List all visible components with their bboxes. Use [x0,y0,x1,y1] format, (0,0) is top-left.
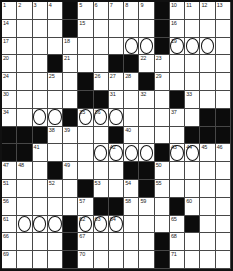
cell-r2c14[interactable] [200,20,215,38]
cell-r12c6[interactable]: 57 [78,198,93,216]
clue-number: 39 [64,127,70,133]
clue-number: 1 [3,2,6,8]
cell-r6c13[interactable]: 33 [185,91,200,109]
black-cell-r1c5 [63,2,78,20]
cell-r11c8[interactable] [109,180,124,198]
black-cell-r14c11 [155,233,170,251]
black-cell-r8c15 [216,127,231,145]
black-cell-r5c6 [78,73,93,91]
cell-r15c14[interactable] [200,251,215,269]
clue-number: 14 [3,20,9,26]
cell-r13c7[interactable]: 63 [94,216,109,234]
cell-r6c15[interactable] [216,91,231,109]
clue-number: 31 [110,91,116,97]
black-cell-r4c4 [48,55,63,73]
cell-r12c9[interactable]: 58 [124,198,139,216]
cell-r9c14[interactable]: 45 [200,144,215,162]
cell-r5c11[interactable]: 29 [155,73,170,91]
cell-r9c10[interactable] [139,144,154,162]
cell-r11c3[interactable] [33,180,48,198]
cell-r2c7[interactable] [94,20,109,38]
cell-r4c6[interactable] [78,55,93,73]
black-cell-r4c8 [109,55,124,73]
black-cell-r7c5 [63,109,78,127]
cell-r10c6[interactable] [78,162,93,180]
cell-r14c3[interactable] [33,233,48,251]
cell-r1c3[interactable]: 3 [33,2,48,20]
cell-r10c7[interactable] [94,162,109,180]
cell-r11c13[interactable] [185,180,200,198]
cell-r10c1[interactable]: 47 [2,162,17,180]
clue-number: 32 [140,91,146,97]
clue-number: 55 [156,180,162,186]
cell-r13c11[interactable] [155,216,170,234]
cell-r2c6[interactable]: 15 [78,20,93,38]
cell-r5c13[interactable] [185,73,200,91]
cell-r3c5[interactable]: 18 [63,38,78,56]
clue-number: 37 [171,109,177,115]
cell-r2c1[interactable]: 14 [2,20,17,38]
cell-r5c12[interactable] [170,73,185,91]
cell-r14c6[interactable]: 67 [78,233,93,251]
cell-r14c7[interactable] [94,233,109,251]
cell-r5c15[interactable] [216,73,231,91]
cell-r15c10[interactable] [139,251,154,269]
cell-r15c6[interactable]: 70 [78,251,93,269]
cell-r15c15[interactable] [216,251,231,269]
cell-r14c12[interactable]: 68 [170,233,185,251]
cell-r14c4[interactable] [48,233,63,251]
circle-mark [48,216,61,232]
cell-r4c7[interactable] [94,55,109,73]
cell-r15c7[interactable] [94,251,109,269]
cell-r13c3[interactable] [33,216,48,234]
cell-r3c7[interactable] [94,38,109,56]
cell-r4c10[interactable]: 22 [139,55,154,73]
cell-r14c9[interactable] [124,233,139,251]
circle-mark [33,109,46,125]
cell-r4c1[interactable]: 20 [2,55,17,73]
cell-r6c3[interactable] [33,91,48,109]
cell-r3c1[interactable]: 17 [2,38,17,56]
cell-r12c10[interactable]: 59 [139,198,154,216]
cell-r1c9[interactable]: 8 [124,2,139,20]
circle-mark [170,38,183,54]
clue-number: 40 [125,127,131,133]
black-cell-r6c7 [94,91,109,109]
cell-r1c12[interactable]: 10 [170,2,185,20]
cell-r4c14[interactable] [200,55,215,73]
cell-r7c9[interactable] [124,109,139,127]
clue-number: 67 [79,233,85,239]
cell-r7c1[interactable]: 34 [2,109,17,127]
clue-number: 9 [140,2,143,8]
cell-r10c13[interactable] [185,162,200,180]
clue-number: 3 [34,2,37,8]
cell-r1c15[interactable]: 13 [216,2,231,20]
clue-number: 51 [3,180,9,186]
cell-r12c11[interactable] [155,198,170,216]
cell-r3c12[interactable]: 19 [170,38,185,56]
black-cell-r3c11 [155,38,170,56]
cell-r2c3[interactable] [33,20,48,38]
cell-r9c13[interactable]: 44 [185,144,200,162]
cell-r10c2[interactable]: 48 [17,162,32,180]
black-cell-r2c11 [155,20,170,38]
cell-r13c8[interactable]: 64 [109,216,124,234]
cell-r5c14[interactable] [200,73,215,91]
cell-r12c2[interactable] [17,198,32,216]
black-cell-r2c5 [63,20,78,38]
clue-number: 6 [95,2,98,8]
circle-mark [170,145,183,161]
circle-mark [79,109,92,125]
clue-number: 34 [3,109,9,115]
black-cell-r13c13 [185,216,200,234]
black-cell-r6c6 [78,91,93,109]
cell-r11c2[interactable] [17,180,32,198]
cell-r14c10[interactable] [139,233,154,251]
black-cell-r6c12 [170,91,185,109]
cell-r11c7[interactable]: 53 [94,180,109,198]
cell-r9c5[interactable] [63,144,78,162]
cell-r13c1[interactable]: 61 [2,216,17,234]
circle-mark [48,109,61,125]
black-cell-r7c15 [216,109,231,127]
cell-r12c13[interactable]: 60 [185,198,200,216]
black-cell-r10c9 [124,162,139,180]
clue-number: 12 [201,2,207,8]
cell-r15c12[interactable]: 71 [170,251,185,269]
cell-r9c12[interactable]: 43 [170,144,185,162]
cell-r1c4[interactable]: 4 [48,2,63,20]
black-cell-r10c10 [139,162,154,180]
crossword-grid: 1234567891011121314151617181920212223242… [0,0,233,271]
clue-number: 21 [64,55,70,61]
cell-r7c2[interactable] [17,109,32,127]
cell-r11c15[interactable] [216,180,231,198]
cell-r8c7[interactable] [94,127,109,145]
cell-r8c11[interactable] [155,127,170,145]
cell-r13c9[interactable] [124,216,139,234]
cell-r13c10[interactable] [139,216,154,234]
cell-r9c3[interactable]: 41 [33,144,48,162]
cell-r2c9[interactable] [124,20,139,38]
cell-r13c14[interactable] [200,216,215,234]
clue-number: 71 [171,251,177,257]
cell-r11c9[interactable]: 54 [124,180,139,198]
cell-r2c10[interactable] [139,20,154,38]
cell-r2c2[interactable] [17,20,32,38]
circle-mark [109,145,122,161]
cell-r6c5[interactable] [63,91,78,109]
clue-number: 65 [171,216,177,222]
clue-number: 5 [79,2,82,8]
circle-mark [109,109,122,125]
cell-r4c2[interactable] [17,55,32,73]
black-cell-r15c11 [155,251,170,269]
clue-number: 17 [3,38,9,44]
clue-number: 52 [49,180,55,186]
clue-number: 28 [125,73,131,79]
cell-r8c4[interactable]: 38 [48,127,63,145]
circle-mark [94,109,107,125]
black-cell-r15c5 [63,251,78,269]
clue-number: 22 [140,55,146,61]
cell-r6c11[interactable] [155,91,170,109]
cell-r6c4[interactable] [48,91,63,109]
circle-mark [125,38,138,54]
clue-number: 38 [49,127,55,133]
cell-r6c10[interactable]: 32 [139,91,154,109]
cell-r2c8[interactable] [109,20,124,38]
black-cell-r4c9 [124,55,139,73]
cell-r3c6[interactable] [78,38,93,56]
clue-number: 16 [171,20,177,26]
cell-r3c8[interactable] [109,38,124,56]
clue-number: 49 [64,162,70,168]
clue-number: 4 [49,2,52,8]
clue-number: 61 [3,216,9,222]
cell-r15c8[interactable] [109,251,124,269]
cell-r7c7[interactable]: 36 [94,109,109,127]
cell-r5c7[interactable]: 26 [94,73,109,91]
cell-r1c14[interactable]: 12 [200,2,215,20]
cell-r7c3[interactable] [33,109,48,127]
cell-r12c14[interactable] [200,198,215,216]
clue-number: 23 [156,55,162,61]
cell-r2c13[interactable] [185,20,200,38]
cell-r6c9[interactable] [124,91,139,109]
cell-r3c10[interactable] [139,38,154,56]
cell-r13c4[interactable] [48,216,63,234]
cell-r9c7[interactable] [94,144,109,162]
circle-mark [79,216,92,232]
clue-number: 41 [34,144,40,150]
cell-r9c8[interactable]: 42 [109,144,124,162]
cell-r2c4[interactable] [48,20,63,38]
cell-r11c12[interactable] [170,180,185,198]
clue-number: 2 [18,2,21,8]
cell-r3c13[interactable] [185,38,200,56]
cell-r1c13[interactable]: 11 [185,2,200,20]
cell-r12c3[interactable] [33,198,48,216]
clue-number: 70 [79,251,85,257]
clue-number: 58 [125,198,131,204]
cell-r5c5[interactable] [63,73,78,91]
cell-r3c15[interactable] [216,38,231,56]
circle-mark [140,145,153,161]
clue-number: 33 [186,91,192,97]
cell-r10c5[interactable]: 49 [63,162,78,180]
cell-r3c3[interactable] [33,38,48,56]
cell-r12c15[interactable] [216,198,231,216]
clue-number: 26 [95,73,101,79]
black-cell-r12c12 [170,198,185,216]
cell-r11c1[interactable]: 51 [2,180,17,198]
black-cell-r8c2 [17,127,32,145]
black-cell-r14c5 [63,233,78,251]
cell-r2c12[interactable]: 16 [170,20,185,38]
clue-number: 29 [156,73,162,79]
circle-mark [186,38,199,54]
black-cell-r8c14 [200,127,215,145]
cell-r14c14[interactable] [200,233,215,251]
cell-r8c5[interactable]: 39 [63,127,78,145]
cell-r4c15[interactable] [216,55,231,73]
circle-mark [201,38,214,54]
cell-r7c11[interactable] [155,109,170,127]
cell-r10c14[interactable] [200,162,215,180]
clue-number: 27 [110,73,116,79]
cell-r4c5[interactable]: 21 [63,55,78,73]
cell-r7c6[interactable]: 35 [78,109,93,127]
cell-r4c3[interactable] [33,55,48,73]
cell-r4c11[interactable]: 23 [155,55,170,73]
clue-number: 50 [156,162,162,168]
cell-r13c2[interactable] [17,216,32,234]
cell-r7c10[interactable] [139,109,154,127]
cell-r5c2[interactable] [17,73,32,91]
clue-number: 25 [49,73,55,79]
cell-r14c8[interactable] [109,233,124,251]
cell-r4c13[interactable] [185,55,200,73]
clue-number: 10 [171,2,177,8]
cell-r11c11[interactable]: 55 [155,180,170,198]
black-cell-r12c7 [94,198,109,216]
cell-r13c12[interactable]: 65 [170,216,185,234]
black-cell-r1c11 [155,2,170,20]
cell-r10c3[interactable] [33,162,48,180]
cell-r5c1[interactable]: 24 [2,73,17,91]
cell-r9c6[interactable] [78,144,93,162]
cell-r8c6[interactable] [78,127,93,145]
clue-number: 20 [3,55,9,61]
cell-r6c8[interactable]: 31 [109,91,124,109]
clue-number: 8 [125,2,128,8]
cell-r11c14[interactable] [200,180,215,198]
clue-number: 69 [3,251,9,257]
cell-r1c6[interactable]: 5 [78,2,93,20]
clue-number: 46 [217,144,223,150]
black-cell-r11c10 [139,180,154,198]
clue-number: 59 [140,198,146,204]
black-cell-r13c5 [63,216,78,234]
cell-r7c13[interactable] [185,109,200,127]
black-cell-r5c10 [139,73,154,91]
clue-number: 11 [186,2,191,8]
cell-r10c12[interactable] [170,162,185,180]
cell-r6c1[interactable]: 30 [2,91,17,109]
cell-r5c3[interactable] [33,73,48,91]
clue-number: 56 [3,198,9,204]
cell-r5c9[interactable]: 28 [124,73,139,91]
black-cell-r7c14 [200,109,215,127]
black-cell-r8c3 [33,127,48,145]
cell-r1c8[interactable]: 7 [109,2,124,20]
cell-r11c4[interactable]: 52 [48,180,63,198]
clue-number: 24 [3,73,9,79]
cell-r9c4[interactable] [48,144,63,162]
cell-r15c1[interactable]: 69 [2,251,17,269]
circle-mark [140,38,153,54]
clue-number: 53 [95,180,101,186]
clue-number: 30 [3,91,9,97]
cell-r4c12[interactable] [170,55,185,73]
cell-r5c4[interactable]: 25 [48,73,63,91]
black-cell-r8c8 [109,127,124,145]
clue-number: 13 [217,2,223,8]
cell-r2c15[interactable] [216,20,231,38]
clue-number: 48 [18,162,24,168]
cell-r14c1[interactable]: 66 [2,233,17,251]
clue-number: 60 [186,198,192,204]
cell-r3c4[interactable] [48,38,63,56]
cell-r12c4[interactable] [48,198,63,216]
cell-r1c2[interactable]: 2 [17,2,32,20]
black-cell-r12c8 [109,198,124,216]
cell-r7c4[interactable] [48,109,63,127]
clue-number: 45 [201,144,207,150]
cell-r3c2[interactable] [17,38,32,56]
cell-r3c14[interactable] [200,38,215,56]
cell-r13c15[interactable] [216,216,231,234]
cell-r8c12[interactable] [170,127,185,145]
cell-r7c8[interactable] [109,109,124,127]
cell-r15c2[interactable] [17,251,32,269]
cell-r15c9[interactable] [124,251,139,269]
cell-r5c8[interactable]: 27 [109,73,124,91]
cell-r3c9[interactable] [124,38,139,56]
cell-r8c9[interactable]: 40 [124,127,139,145]
cell-r13c6[interactable]: 62 [78,216,93,234]
cell-r15c13[interactable] [185,251,200,269]
cell-r1c7[interactable]: 6 [94,2,109,20]
clue-number: 15 [79,20,85,26]
black-cell-r9c11 [155,144,170,162]
black-cell-r10c4 [48,162,63,180]
cell-r10c15[interactable] [216,162,231,180]
black-cell-r8c13 [185,127,200,145]
cell-r14c2[interactable] [17,233,32,251]
cell-r12c1[interactable]: 56 [2,198,17,216]
black-cell-r11c6 [78,180,93,198]
cell-r12c5[interactable] [63,198,78,216]
circle-mark [94,216,107,232]
black-cell-r9c1 [2,144,17,162]
cell-r11c5[interactable] [63,180,78,198]
cell-r10c11[interactable]: 50 [155,162,170,180]
cell-r6c2[interactable] [17,91,32,109]
circle-mark [186,145,199,161]
cell-r10c8[interactable] [109,162,124,180]
cell-r9c9[interactable] [124,144,139,162]
circle-mark [94,145,107,161]
cell-r8c10[interactable] [139,127,154,145]
cell-r14c15[interactable] [216,233,231,251]
cell-r1c1[interactable]: 1 [2,2,17,20]
cell-r1c10[interactable]: 9 [139,2,154,20]
cell-r6c14[interactable] [200,91,215,109]
clue-number: 57 [79,198,85,204]
cell-r9c15[interactable]: 46 [216,144,231,162]
circle-mark [109,216,122,232]
cell-r14c13[interactable] [185,233,200,251]
black-cell-r8c1 [2,127,17,145]
cell-r15c4[interactable] [48,251,63,269]
cell-r7c12[interactable]: 37 [170,109,185,127]
cell-r15c3[interactable] [33,251,48,269]
